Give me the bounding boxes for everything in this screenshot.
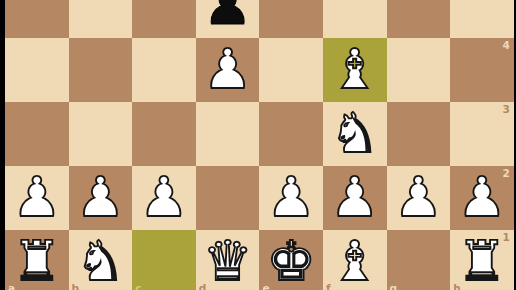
square-c4[interactable] <box>132 38 196 102</box>
file-label-b: b <box>72 283 80 290</box>
square-g4[interactable] <box>387 38 451 102</box>
white-rook-a1[interactable]: ♜ <box>12 234 61 289</box>
letterbox-left <box>0 0 5 290</box>
file-label-e: e <box>262 283 269 290</box>
square-a4[interactable] <box>5 38 69 102</box>
square-f3[interactable]: ♞ <box>323 102 387 166</box>
square-c2[interactable]: ♟ <box>132 166 196 230</box>
square-g3[interactable] <box>387 102 451 166</box>
file-label-d: d <box>199 283 207 290</box>
white-knight-f3[interactable]: ♞ <box>330 106 379 161</box>
square-a1[interactable]: ♜a <box>5 230 69 290</box>
chess-board[interactable]: ♟♟♝4♞3♟♟♟♟♟♟♟2♜a♞bc♛d♚e♝fg♜1h <box>5 0 514 290</box>
square-a5[interactable] <box>5 0 69 38</box>
square-e3[interactable] <box>259 102 323 166</box>
square-h1[interactable]: ♜1h <box>450 230 514 290</box>
square-h2[interactable]: ♟2 <box>450 166 514 230</box>
square-f2[interactable]: ♟ <box>323 166 387 230</box>
black-pawn-d5[interactable]: ♟ <box>203 0 252 33</box>
white-pawn-h2[interactable]: ♟ <box>457 170 506 225</box>
square-a3[interactable] <box>5 102 69 166</box>
white-queen-d1[interactable]: ♛ <box>203 234 252 289</box>
file-label-g: g <box>390 283 398 290</box>
white-pawn-e2[interactable]: ♟ <box>267 170 316 225</box>
square-e2[interactable]: ♟ <box>259 166 323 230</box>
square-g2[interactable]: ♟ <box>387 166 451 230</box>
square-h3[interactable]: 3 <box>450 102 514 166</box>
white-pawn-f2[interactable]: ♟ <box>330 170 379 225</box>
square-c1[interactable]: c <box>132 230 196 290</box>
file-label-a: a <box>8 283 15 290</box>
square-b1[interactable]: ♞b <box>69 230 133 290</box>
white-pawn-a2[interactable]: ♟ <box>12 170 61 225</box>
square-f1[interactable]: ♝f <box>323 230 387 290</box>
square-c5[interactable] <box>132 0 196 38</box>
file-label-h: h <box>453 283 460 290</box>
white-rook-h1[interactable]: ♜ <box>457 234 506 289</box>
square-f5[interactable] <box>323 0 387 38</box>
square-h4[interactable]: 4 <box>450 38 514 102</box>
file-label-f: f <box>326 283 331 290</box>
square-b4[interactable] <box>69 38 133 102</box>
square-d3[interactable] <box>196 102 260 166</box>
white-bishop-f4[interactable]: ♝ <box>330 42 379 97</box>
square-d2[interactable] <box>196 166 260 230</box>
white-pawn-b2[interactable]: ♟ <box>76 170 125 225</box>
white-pawn-d4[interactable]: ♟ <box>203 42 252 97</box>
rank-label-1: 1 <box>502 232 509 243</box>
white-pawn-g2[interactable]: ♟ <box>394 170 443 225</box>
square-b2[interactable]: ♟ <box>69 166 133 230</box>
square-d1[interactable]: ♛d <box>196 230 260 290</box>
white-king-e1[interactable]: ♚ <box>267 234 316 289</box>
file-label-c: c <box>135 283 141 290</box>
chessboard-viewport: ♟♟♝4♞3♟♟♟♟♟♟♟2♜a♞bc♛d♚e♝fg♜1h <box>0 0 516 290</box>
square-b5[interactable] <box>69 0 133 38</box>
rank-label-3: 3 <box>502 104 509 115</box>
rank-label-2: 2 <box>502 168 509 179</box>
white-bishop-f1[interactable]: ♝ <box>330 234 379 289</box>
square-b3[interactable] <box>69 102 133 166</box>
square-h5[interactable] <box>450 0 514 38</box>
square-e4[interactable] <box>259 38 323 102</box>
square-e5[interactable] <box>259 0 323 38</box>
white-pawn-c2[interactable]: ♟ <box>139 170 188 225</box>
square-g5[interactable] <box>387 0 451 38</box>
white-knight-b1[interactable]: ♞ <box>76 234 125 289</box>
rank-label-4: 4 <box>502 40 509 51</box>
square-g1[interactable]: g <box>387 230 451 290</box>
square-e1[interactable]: ♚e <box>259 230 323 290</box>
square-a2[interactable]: ♟ <box>5 166 69 230</box>
square-f4[interactable]: ♝ <box>323 38 387 102</box>
square-d4[interactable]: ♟ <box>196 38 260 102</box>
square-d5[interactable]: ♟ <box>196 0 260 38</box>
square-c3[interactable] <box>132 102 196 166</box>
